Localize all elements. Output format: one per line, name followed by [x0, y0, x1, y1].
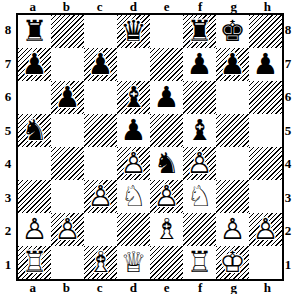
file-label-bottom-d: d — [117, 281, 151, 294]
piece-outline-layer: ♟ — [150, 81, 183, 114]
square-b6[interactable]: ♟♟ — [51, 81, 84, 114]
square-b3[interactable] — [51, 180, 84, 213]
piece-black-rook: ♜♜ — [18, 15, 51, 48]
piece-outline-layer: ♖ — [18, 246, 51, 279]
rank-label-left-3: 3 — [0, 191, 16, 204]
square-h5[interactable] — [249, 114, 282, 147]
piece-black-pawn: ♟♟ — [183, 48, 216, 81]
file-label-bottom-f: f — [184, 281, 218, 294]
square-c5[interactable] — [84, 114, 117, 147]
piece-outline-layer: ♟ — [117, 114, 150, 147]
piece-outline-layer: ♗ — [84, 246, 117, 279]
file-label-top-f: f — [184, 0, 218, 13]
square-d7[interactable] — [117, 48, 150, 81]
piece-outline-layer: ♕ — [117, 246, 150, 279]
piece-outline-layer: ♛ — [117, 15, 150, 48]
piece-white-knight: ♞♘ — [183, 180, 216, 213]
rank-label-right-6: 6 — [284, 90, 292, 103]
piece-black-pawn: ♟♟ — [150, 81, 183, 114]
file-label-bottom-g: g — [217, 281, 251, 294]
piece-black-pawn: ♟♟ — [18, 48, 51, 81]
piece-black-pawn: ♟♟ — [117, 114, 150, 147]
piece-black-king: ♚♚ — [216, 15, 249, 48]
piece-outline-layer: ♖ — [183, 246, 216, 279]
piece-outline-layer: ♔ — [216, 246, 249, 279]
piece-black-knight: ♞♞ — [18, 114, 51, 147]
square-b2[interactable]: ♟♙ — [51, 213, 84, 246]
square-e7[interactable] — [150, 48, 183, 81]
square-b1[interactable] — [51, 246, 84, 279]
piece-outline-layer: ♜ — [18, 15, 51, 48]
piece-outline-layer: ♟ — [51, 81, 84, 114]
square-g1[interactable]: ♚♔ — [216, 246, 249, 279]
square-a7[interactable]: ♟♟ — [18, 48, 51, 81]
square-d6[interactable]: ♝♝ — [117, 81, 150, 114]
piece-outline-layer: ♟ — [216, 48, 249, 81]
square-f3[interactable]: ♞♘ — [183, 180, 216, 213]
square-d2[interactable] — [117, 213, 150, 246]
file-label-top-e: e — [150, 0, 184, 13]
piece-outline-layer: ♘ — [117, 180, 150, 213]
rank-label-left-7: 7 — [0, 57, 16, 70]
rank-label-left-8: 8 — [0, 23, 16, 36]
square-b8[interactable] — [51, 15, 84, 48]
square-f5[interactable]: ♝♝ — [183, 114, 216, 147]
piece-outline-layer: ♗ — [150, 213, 183, 246]
file-label-bottom-a: a — [16, 281, 50, 294]
square-e4[interactable]: ♞♞ — [150, 147, 183, 180]
square-f1[interactable]: ♜♖ — [183, 246, 216, 279]
square-a8[interactable]: ♜♜ — [18, 15, 51, 48]
file-label-top-g: g — [217, 0, 251, 13]
piece-white-bishop: ♝♗ — [84, 246, 117, 279]
square-c3[interactable]: ♟♙ — [84, 180, 117, 213]
piece-black-bishop: ♝♝ — [183, 114, 216, 147]
square-a3[interactable] — [18, 180, 51, 213]
piece-white-rook: ♜♖ — [18, 246, 51, 279]
piece-black-queen: ♛♛ — [117, 15, 150, 48]
square-h1[interactable] — [249, 246, 282, 279]
file-label-top-h: h — [251, 0, 285, 13]
piece-outline-layer: ♚ — [216, 15, 249, 48]
file-label-top-c: c — [83, 0, 117, 13]
piece-outline-layer: ♟ — [84, 48, 117, 81]
rank-label-left-1: 1 — [0, 258, 16, 271]
square-f6[interactable] — [183, 81, 216, 114]
square-h8[interactable] — [249, 15, 282, 48]
piece-black-pawn: ♟♟ — [249, 48, 282, 81]
square-e6[interactable]: ♟♟ — [150, 81, 183, 114]
rank-label-right-3: 3 — [284, 191, 292, 204]
piece-black-knight: ♞♞ — [150, 147, 183, 180]
square-g4[interactable] — [216, 147, 249, 180]
square-f7[interactable]: ♟♟ — [183, 48, 216, 81]
square-h4[interactable] — [249, 147, 282, 180]
piece-outline-layer: ♙ — [117, 147, 150, 180]
file-labels-top: abcdefgh — [16, 0, 284, 13]
square-f2[interactable] — [183, 213, 216, 246]
chess-diagram: abcdefgh 87654321 ♜♜♛♛♜♜♚♚♟♟♟♟♟♟♟♟♟♟♟♟♝♝… — [0, 0, 292, 294]
piece-outline-layer: ♙ — [150, 180, 183, 213]
piece-white-pawn: ♟♙ — [84, 180, 117, 213]
piece-outline-layer: ♟ — [18, 48, 51, 81]
piece-black-pawn: ♟♟ — [216, 48, 249, 81]
piece-white-pawn: ♟♙ — [18, 213, 51, 246]
piece-outline-layer: ♝ — [183, 114, 216, 147]
file-label-top-d: d — [117, 0, 151, 13]
piece-outline-layer: ♙ — [84, 180, 117, 213]
square-e1[interactable] — [150, 246, 183, 279]
file-label-top-a: a — [16, 0, 50, 13]
piece-white-pawn: ♟♙ — [216, 213, 249, 246]
piece-black-pawn: ♟♟ — [51, 81, 84, 114]
piece-outline-layer: ♙ — [51, 213, 84, 246]
square-d5[interactable]: ♟♟ — [117, 114, 150, 147]
piece-white-queen: ♛♕ — [117, 246, 150, 279]
piece-outline-layer: ♙ — [183, 147, 216, 180]
square-e2[interactable]: ♝♗ — [150, 213, 183, 246]
square-g6[interactable] — [216, 81, 249, 114]
square-e3[interactable]: ♟♙ — [150, 180, 183, 213]
square-b7[interactable] — [51, 48, 84, 81]
rank-label-right-8: 8 — [284, 23, 292, 36]
file-label-bottom-c: c — [83, 281, 117, 294]
square-h2[interactable]: ♟♙ — [249, 213, 282, 246]
file-label-bottom-e: e — [150, 281, 184, 294]
rank-labels-right: 87654321 — [284, 13, 292, 281]
rank-labels-left: 87654321 — [0, 13, 16, 281]
square-d1[interactable]: ♛♕ — [117, 246, 150, 279]
rank-label-right-4: 4 — [284, 157, 292, 170]
file-label-bottom-h: h — [251, 281, 285, 294]
square-g8[interactable]: ♚♚ — [216, 15, 249, 48]
piece-outline-layer: ♟ — [249, 48, 282, 81]
square-g2[interactable]: ♟♙ — [216, 213, 249, 246]
square-c4[interactable] — [84, 147, 117, 180]
square-g3[interactable] — [216, 180, 249, 213]
piece-white-knight: ♞♘ — [117, 180, 150, 213]
piece-white-bishop: ♝♗ — [150, 213, 183, 246]
square-a1[interactable]: ♜♖ — [18, 246, 51, 279]
square-c8[interactable] — [84, 15, 117, 48]
rank-label-left-6: 6 — [0, 90, 16, 103]
square-c7[interactable]: ♟♟ — [84, 48, 117, 81]
square-c2[interactable] — [84, 213, 117, 246]
piece-outline-layer: ♟ — [183, 48, 216, 81]
piece-outline-layer: ♝ — [117, 81, 150, 114]
piece-outline-layer: ♜ — [183, 15, 216, 48]
piece-white-pawn: ♟♙ — [249, 213, 282, 246]
square-d3[interactable]: ♞♘ — [117, 180, 150, 213]
piece-white-pawn: ♟♙ — [183, 147, 216, 180]
square-f8[interactable]: ♜♜ — [183, 15, 216, 48]
piece-white-king: ♚♔ — [216, 246, 249, 279]
square-c6[interactable] — [84, 81, 117, 114]
file-label-top-b: b — [50, 0, 84, 13]
rank-label-right-7: 7 — [284, 57, 292, 70]
file-label-bottom-b: b — [50, 281, 84, 294]
square-e8[interactable] — [150, 15, 183, 48]
piece-outline-layer: ♘ — [183, 180, 216, 213]
chess-board: ♜♜♛♛♜♜♚♚♟♟♟♟♟♟♟♟♟♟♟♟♝♝♟♟♞♞♟♟♝♝♟♙♞♞♟♙♟♙♞♘… — [16, 13, 284, 281]
piece-outline-layer: ♙ — [18, 213, 51, 246]
piece-outline-layer: ♙ — [249, 213, 282, 246]
piece-white-rook: ♜♖ — [183, 246, 216, 279]
square-d4[interactable]: ♟♙ — [117, 147, 150, 180]
square-h7[interactable]: ♟♟ — [249, 48, 282, 81]
square-d8[interactable]: ♛♛ — [117, 15, 150, 48]
piece-black-bishop: ♝♝ — [117, 81, 150, 114]
rank-label-right-2: 2 — [284, 224, 292, 237]
square-b4[interactable] — [51, 147, 84, 180]
piece-white-pawn: ♟♙ — [51, 213, 84, 246]
rank-label-right-1: 1 — [284, 258, 292, 271]
square-b5[interactable] — [51, 114, 84, 147]
square-h3[interactable] — [249, 180, 282, 213]
file-labels-bottom: abcdefgh — [16, 281, 284, 294]
square-c1[interactable]: ♝♗ — [84, 246, 117, 279]
square-a4[interactable] — [18, 147, 51, 180]
square-g5[interactable] — [216, 114, 249, 147]
piece-white-pawn: ♟♙ — [117, 147, 150, 180]
rank-label-left-5: 5 — [0, 124, 16, 137]
rank-label-left-4: 4 — [0, 157, 16, 170]
square-a2[interactable]: ♟♙ — [18, 213, 51, 246]
piece-black-pawn: ♟♟ — [84, 48, 117, 81]
square-a5[interactable]: ♞♞ — [18, 114, 51, 147]
square-h6[interactable] — [249, 81, 282, 114]
piece-white-pawn: ♟♙ — [150, 180, 183, 213]
square-f4[interactable]: ♟♙ — [183, 147, 216, 180]
piece-outline-layer: ♞ — [18, 114, 51, 147]
rank-label-left-2: 2 — [0, 224, 16, 237]
piece-outline-layer: ♞ — [150, 147, 183, 180]
rank-label-right-5: 5 — [284, 124, 292, 137]
piece-outline-layer: ♙ — [216, 213, 249, 246]
square-e5[interactable] — [150, 114, 183, 147]
square-g7[interactable]: ♟♟ — [216, 48, 249, 81]
piece-black-rook: ♜♜ — [183, 15, 216, 48]
square-a6[interactable] — [18, 81, 51, 114]
